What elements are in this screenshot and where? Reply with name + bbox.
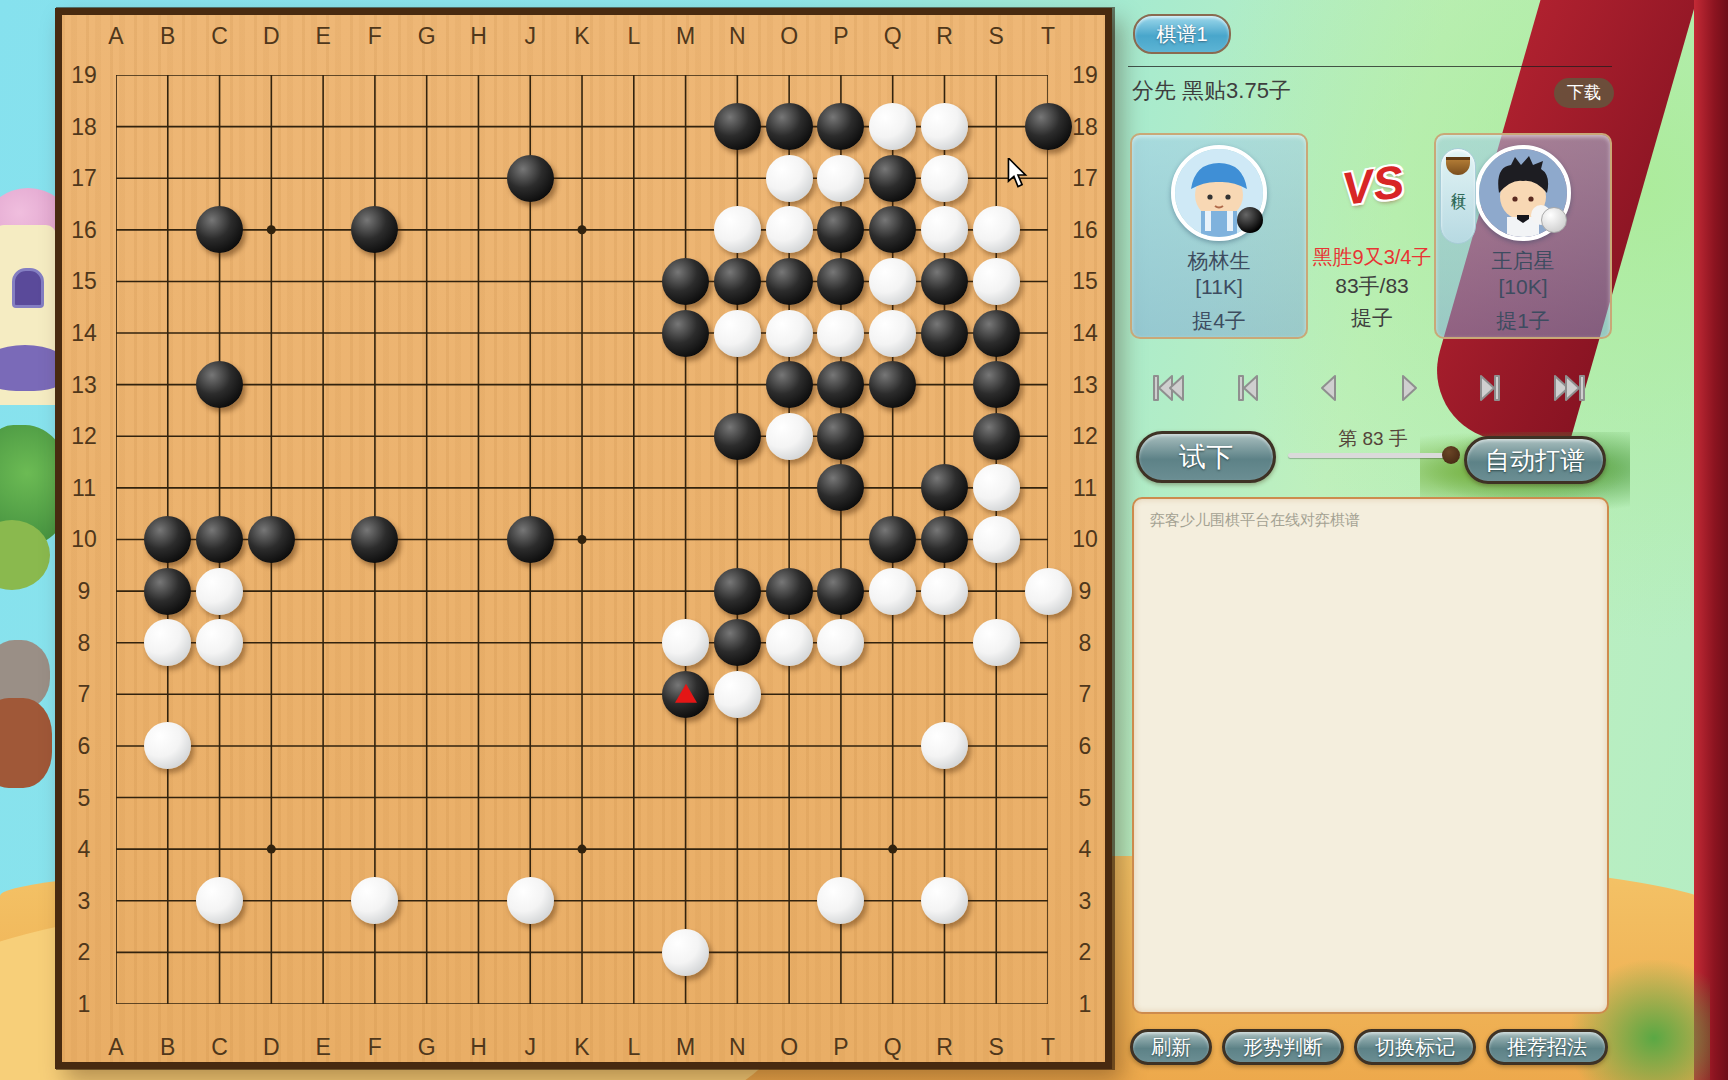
white-stone-R17[interactable] xyxy=(921,155,968,202)
star-point xyxy=(578,225,587,234)
black-stone-O13[interactable] xyxy=(766,361,813,408)
move-slider-label: 第 83 手 xyxy=(1300,426,1446,452)
comment-text: 弈客少儿围棋平台在线对弈棋谱 xyxy=(1150,511,1360,530)
col-label-top: S xyxy=(989,23,1004,50)
row-label-right: 1 xyxy=(1079,990,1092,1017)
row-label-right: 4 xyxy=(1079,836,1092,863)
fast-back-icon[interactable] xyxy=(1230,373,1266,403)
white-stone-R9[interactable] xyxy=(921,568,968,615)
col-label-bottom: P xyxy=(833,1034,848,1061)
col-label-top: J xyxy=(524,23,536,50)
black-stone-R15[interactable] xyxy=(921,258,968,305)
vs-logo: VS xyxy=(1333,143,1413,226)
white-stone-R18[interactable] xyxy=(921,103,968,150)
game-result: 黑胜9又3/4子 xyxy=(1300,244,1444,271)
row-label-right: 11 xyxy=(1073,474,1097,501)
col-label-bottom: M xyxy=(676,1034,695,1061)
row-label-left: 6 xyxy=(78,732,91,759)
col-label-bottom: C xyxy=(211,1034,228,1061)
black-stone-N15[interactable] xyxy=(714,258,761,305)
row-label-left: 18 xyxy=(71,113,97,140)
white-stone-Q9[interactable] xyxy=(869,568,916,615)
row-label-right: 6 xyxy=(1079,732,1092,759)
white-stone-O12[interactable] xyxy=(766,413,813,460)
jump-start-icon[interactable] xyxy=(1150,373,1186,403)
row-label-right: 14 xyxy=(1072,320,1098,347)
black-stone-B10[interactable] xyxy=(144,516,191,563)
white-stone-Q18[interactable] xyxy=(869,103,916,150)
row-label-left: 5 xyxy=(78,784,91,811)
row-label-right: 15 xyxy=(1072,268,1098,295)
rock xyxy=(0,698,52,788)
white-player-rank: [10K] xyxy=(1436,275,1610,299)
col-label-top: A xyxy=(108,23,123,50)
fast-forward-icon[interactable] xyxy=(1472,373,1508,403)
last-move-marker xyxy=(675,684,697,703)
row-label-right: 16 xyxy=(1072,216,1098,243)
star-point xyxy=(578,535,587,544)
white-stone-N7[interactable] xyxy=(714,671,761,718)
col-label-bottom: O xyxy=(780,1034,798,1061)
black-stone-J17[interactable] xyxy=(507,155,554,202)
black-stone-J10[interactable] xyxy=(507,516,554,563)
captures-label: 提子 xyxy=(1300,304,1444,332)
row-label-right: 5 xyxy=(1079,784,1092,811)
playback-controls xyxy=(1150,372,1588,404)
move-slider-track[interactable] xyxy=(1288,453,1460,458)
col-label-bottom: S xyxy=(989,1034,1004,1061)
white-stone-Q14[interactable] xyxy=(869,310,916,357)
row-label-left: 11 xyxy=(72,474,96,501)
turn-indicator: 行棋 xyxy=(1440,148,1476,244)
col-label-top: O xyxy=(780,23,798,50)
row-label-left: 17 xyxy=(71,165,97,192)
try-move-button[interactable]: 试下 xyxy=(1136,431,1276,483)
black-stone-N12[interactable] xyxy=(714,413,761,460)
col-label-top: M xyxy=(676,23,695,50)
comment-panel: 弈客少儿围棋平台在线对弈棋谱 xyxy=(1132,497,1609,1014)
black-stone-Q17[interactable] xyxy=(869,155,916,202)
row-label-right: 2 xyxy=(1079,939,1092,966)
white-player-captures: 提1子 xyxy=(1436,307,1610,335)
turn-indicator-label: 行棋 xyxy=(1449,181,1468,185)
white-stone-C8[interactable] xyxy=(196,619,243,666)
col-label-top: L xyxy=(627,23,640,50)
row-label-left: 8 xyxy=(78,629,91,656)
row-label-left: 3 xyxy=(78,887,91,914)
row-label-right: 18 xyxy=(1072,113,1098,140)
col-label-top: Q xyxy=(884,23,902,50)
white-stone-S11[interactable] xyxy=(973,464,1020,511)
white-stone-R3[interactable] xyxy=(921,877,968,924)
col-label-bottom: H xyxy=(470,1034,487,1061)
white-stone-O17[interactable] xyxy=(766,155,813,202)
col-label-top: D xyxy=(263,23,280,50)
row-label-right: 3 xyxy=(1079,887,1092,914)
row-label-right: 8 xyxy=(1079,629,1092,656)
white-stone-O14[interactable] xyxy=(766,310,813,357)
mouse-cursor xyxy=(1006,158,1030,188)
black-stone-M7[interactable] xyxy=(662,671,709,718)
row-label-left: 1 xyxy=(78,990,91,1017)
black-stone-C13[interactable] xyxy=(196,361,243,408)
footer-buttons: 刷新形势判断切换标记推荐招法 xyxy=(1130,1029,1608,1065)
tab-kifu[interactable]: 棋谱1 xyxy=(1133,14,1231,54)
col-label-top: H xyxy=(470,23,487,50)
auto-replay-button[interactable]: 自动打谱 xyxy=(1464,436,1606,484)
white-player-name: 王启星 xyxy=(1436,247,1610,275)
col-label-top: F xyxy=(368,23,382,50)
black-stone-C10[interactable] xyxy=(196,516,243,563)
col-label-bottom: A xyxy=(108,1034,123,1061)
white-stone-R16[interactable] xyxy=(921,206,968,253)
col-label-top: G xyxy=(418,23,436,50)
black-stone-D10[interactable] xyxy=(248,516,295,563)
go-board: AABBCCDDEEFFGGHHJJKKLLMMNNOOPPQQRRSSTT19… xyxy=(55,8,1112,1069)
black-stone-N8[interactable] xyxy=(714,619,761,666)
row-label-left: 7 xyxy=(78,681,91,708)
footer-button-3[interactable]: 推荐招法 xyxy=(1486,1029,1608,1065)
row-label-left: 13 xyxy=(71,371,97,398)
black-stone-O18[interactable] xyxy=(766,103,813,150)
white-stone-S8[interactable] xyxy=(973,619,1020,666)
black-stone-T18[interactable] xyxy=(1025,103,1072,150)
black-stone-P9[interactable] xyxy=(817,568,864,615)
move-slider-knob[interactable] xyxy=(1442,446,1460,464)
white-stone-J3[interactable] xyxy=(507,877,554,924)
col-label-bottom: B xyxy=(160,1034,175,1061)
black-stone-R14[interactable] xyxy=(921,310,968,357)
white-stone-P17[interactable] xyxy=(817,155,864,202)
row-label-right: 7 xyxy=(1079,681,1092,708)
row-label-left: 12 xyxy=(71,423,97,450)
row-label-left: 14 xyxy=(71,320,97,347)
star-point xyxy=(267,845,276,854)
curtain-right xyxy=(1694,0,1728,1080)
black-stone-B9[interactable] xyxy=(144,568,191,615)
row-label-right: 12 xyxy=(1072,423,1098,450)
black-stone-P12[interactable] xyxy=(817,413,864,460)
black-stone-R10[interactable] xyxy=(921,516,968,563)
black-stone-Q10[interactable] xyxy=(869,516,916,563)
col-label-top: R xyxy=(936,23,953,50)
black-player-captures: 提4子 xyxy=(1132,307,1306,335)
prev-move-icon[interactable] xyxy=(1311,373,1347,403)
white-stone-M8[interactable] xyxy=(662,619,709,666)
row-label-left: 10 xyxy=(71,526,97,553)
white-stone-O8[interactable] xyxy=(766,619,813,666)
col-label-top: T xyxy=(1041,23,1055,50)
white-stone-N16[interactable] xyxy=(714,206,761,253)
col-label-top: E xyxy=(315,23,330,50)
white-stone-S10[interactable] xyxy=(973,516,1020,563)
row-label-left: 16 xyxy=(71,216,97,243)
next-move-icon[interactable] xyxy=(1391,373,1427,403)
black-stone-M15[interactable] xyxy=(662,258,709,305)
black-stone-S13[interactable] xyxy=(973,361,1020,408)
black-color-badge xyxy=(1237,207,1263,233)
col-label-bottom: T xyxy=(1041,1034,1055,1061)
black-stone-S12[interactable] xyxy=(973,413,1020,460)
col-label-bottom: J xyxy=(524,1034,536,1061)
footer-button-2[interactable]: 切换标记 xyxy=(1354,1029,1476,1065)
download-button[interactable]: 下载 xyxy=(1554,78,1614,108)
col-label-bottom: D xyxy=(263,1034,280,1061)
col-label-bottom: F xyxy=(368,1034,382,1061)
footer-button-0[interactable]: 刷新 xyxy=(1130,1029,1212,1065)
move-counter: 83手/83 xyxy=(1300,272,1444,300)
white-color-badge xyxy=(1541,207,1567,233)
row-label-right: 19 xyxy=(1072,62,1098,89)
row-label-left: 15 xyxy=(71,268,97,295)
white-stone-S15[interactable] xyxy=(973,258,1020,305)
row-label-right: 9 xyxy=(1079,578,1092,605)
col-label-top: C xyxy=(211,23,228,50)
black-stone-N18[interactable] xyxy=(714,103,761,150)
col-label-bottom: G xyxy=(418,1034,436,1061)
black-stone-S14[interactable] xyxy=(973,310,1020,357)
col-label-bottom: N xyxy=(729,1034,746,1061)
jump-end-icon[interactable] xyxy=(1552,373,1588,403)
white-stone-C9[interactable] xyxy=(196,568,243,615)
row-label-left: 9 xyxy=(78,578,91,605)
star-point xyxy=(578,845,587,854)
row-label-left: 19 xyxy=(71,62,97,89)
white-stone-T9[interactable] xyxy=(1025,568,1072,615)
row-label-right: 13 xyxy=(1072,371,1098,398)
col-label-bottom: L xyxy=(627,1034,640,1061)
go-bowl-icon xyxy=(1446,157,1470,175)
col-label-top: K xyxy=(574,23,589,50)
white-stone-M2[interactable] xyxy=(662,929,709,976)
black-player-rank: [11K] xyxy=(1132,275,1306,299)
black-stone-O15[interactable] xyxy=(766,258,813,305)
white-stone-O16[interactable] xyxy=(766,206,813,253)
board-wood: AABBCCDDEEFFGGHHJJKKLLMMNNOOPPQQRRSSTT19… xyxy=(62,15,1105,1062)
star-point xyxy=(888,845,897,854)
row-label-left: 2 xyxy=(78,939,91,966)
row-label-right: 17 xyxy=(1072,165,1098,192)
row-label-right: 10 xyxy=(1072,526,1098,553)
white-stone-S16[interactable] xyxy=(973,206,1020,253)
white-stone-Q15[interactable] xyxy=(869,258,916,305)
black-stone-N9[interactable] xyxy=(714,568,761,615)
black-player-name: 杨林生 xyxy=(1132,247,1306,275)
col-label-bottom: R xyxy=(936,1034,953,1061)
col-label-top: B xyxy=(160,23,175,50)
player-card-black: 杨林生 [11K] 提4子 xyxy=(1130,133,1308,339)
col-label-bottom: K xyxy=(574,1034,589,1061)
row-label-left: 4 xyxy=(78,836,91,863)
footer-button-1[interactable]: 形势判断 xyxy=(1222,1029,1344,1065)
black-stone-O9[interactable] xyxy=(766,568,813,615)
castle-window xyxy=(12,268,44,308)
col-label-bottom: Q xyxy=(884,1034,902,1061)
black-stone-M14[interactable] xyxy=(662,310,709,357)
white-stone-P14[interactable] xyxy=(817,310,864,357)
star-point xyxy=(267,225,276,234)
col-label-bottom: E xyxy=(315,1034,330,1061)
white-stone-N14[interactable] xyxy=(714,310,761,357)
header-divider xyxy=(1128,66,1612,67)
rule-info: 分先 黑贴3.75子 xyxy=(1132,76,1291,106)
black-stone-P15[interactable] xyxy=(817,258,864,305)
col-label-top: P xyxy=(833,23,848,50)
col-label-top: N xyxy=(729,23,746,50)
